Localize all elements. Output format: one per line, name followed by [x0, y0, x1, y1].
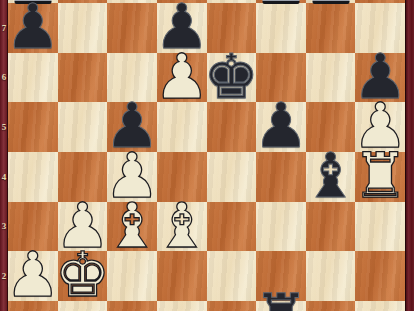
square-g7[interactable]: [306, 3, 356, 53]
square-a7[interactable]: ♟: [8, 3, 58, 53]
square-h1[interactable]: [355, 301, 405, 311]
square-f3[interactable]: [256, 202, 306, 252]
rank-label-2: 2: [0, 271, 8, 281]
square-c3[interactable]: ♝: [107, 202, 157, 252]
square-g2[interactable]: [306, 251, 356, 301]
board-grid: ♟♟♟♚♟♟♟♟♟♝♜♟♝♝♟♚♜: [8, 0, 405, 311]
rank-label-4: 4: [0, 172, 8, 182]
rank-label-3: 3: [0, 221, 8, 231]
square-h2[interactable]: [355, 251, 405, 301]
square-e3[interactable]: [207, 202, 257, 252]
chess-board: ♟♟♟♚♟♟♟♟♟♝♜♟♝♝♟♚♜: [8, 0, 405, 311]
square-e2[interactable]: [207, 251, 257, 301]
white-bishop[interactable]: ♝: [104, 201, 160, 251]
square-g1[interactable]: [306, 301, 356, 311]
white-pawn[interactable]: ♟: [154, 52, 210, 102]
square-g6[interactable]: [306, 53, 356, 103]
square-b2[interactable]: ♚: [58, 251, 108, 301]
black-pawn[interactable]: ♟: [8, 2, 61, 52]
square-f7[interactable]: [256, 3, 306, 53]
black-pawn[interactable]: ♟: [253, 101, 309, 151]
square-g8[interactable]: [306, 0, 356, 3]
white-bishop[interactable]: ♝: [154, 201, 210, 251]
white-king[interactable]: ♚: [55, 250, 111, 300]
square-b5[interactable]: [58, 102, 108, 152]
square-e1[interactable]: [207, 301, 257, 311]
board-frame-left: 765432: [0, 0, 8, 311]
black-bishop[interactable]: ♝: [303, 151, 359, 201]
square-e6[interactable]: ♚: [207, 53, 257, 103]
square-f5[interactable]: ♟: [256, 102, 306, 152]
square-f8[interactable]: [256, 0, 306, 3]
black-knight-partial[interactable]: [312, 0, 349, 4]
rank-label-5: 5: [0, 122, 8, 132]
black-bishop-partial[interactable]: [262, 0, 299, 4]
black-king[interactable]: ♚: [204, 52, 260, 102]
square-d6[interactable]: ♟: [157, 53, 207, 103]
square-b7[interactable]: [58, 3, 108, 53]
square-a5[interactable]: [8, 102, 58, 152]
square-a2[interactable]: ♟: [8, 251, 58, 301]
square-e4[interactable]: [207, 152, 257, 202]
square-d1[interactable]: [157, 301, 207, 311]
square-c7[interactable]: [107, 3, 157, 53]
chess-diagram: 765432 ♟♟♟♚♟♟♟♟♟♝♜♟♝♝♟♚♜: [0, 0, 414, 311]
square-h4[interactable]: ♜: [355, 152, 405, 202]
square-b6[interactable]: [58, 53, 108, 103]
square-f1[interactable]: ♜: [256, 301, 306, 311]
white-rook[interactable]: ♜: [352, 151, 405, 201]
square-d3[interactable]: ♝: [157, 202, 207, 252]
rank-label-7: 7: [0, 23, 8, 33]
square-a4[interactable]: [8, 152, 58, 202]
board-frame-right: [405, 0, 414, 311]
square-c1[interactable]: [107, 301, 157, 311]
black-rook[interactable]: ♜: [253, 292, 309, 311]
white-pawn[interactable]: ♟: [8, 250, 61, 300]
square-g4[interactable]: ♝: [306, 152, 356, 202]
rank-label-6: 6: [0, 72, 8, 82]
